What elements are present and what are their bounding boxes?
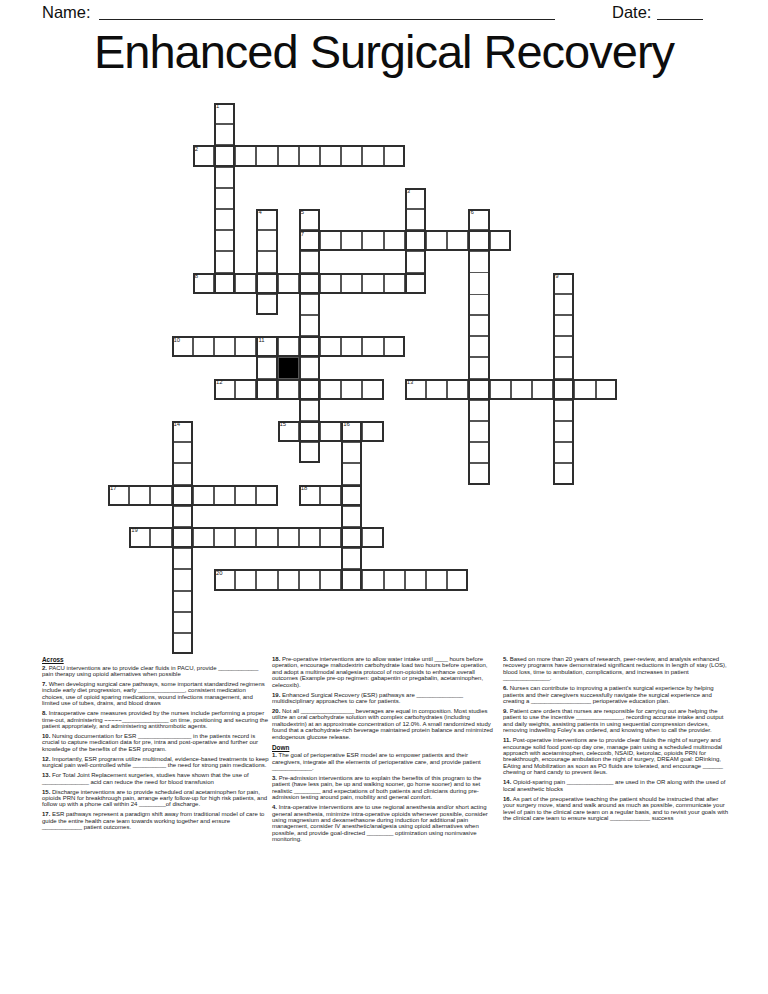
grid-cell[interactable] bbox=[299, 294, 320, 315]
grid-cell[interactable] bbox=[172, 527, 193, 548]
grid-cell[interactable] bbox=[341, 230, 362, 251]
grid-cell[interactable] bbox=[214, 273, 235, 294]
grid-cell[interactable] bbox=[299, 527, 320, 548]
grid-cell[interactable] bbox=[341, 485, 362, 506]
clue-number: 16 bbox=[343, 422, 350, 428]
grid-cell[interactable] bbox=[362, 273, 383, 294]
clue-number: 19 bbox=[131, 528, 138, 534]
grid-cell[interactable] bbox=[553, 336, 574, 357]
grid-cell[interactable] bbox=[468, 230, 489, 251]
clue-2: 2. PACU interventions are to provide cle… bbox=[42, 665, 269, 678]
grid-cell[interactable] bbox=[384, 569, 405, 590]
grid-cell[interactable] bbox=[341, 442, 362, 463]
grid-cell[interactable] bbox=[553, 379, 574, 400]
grid-cell[interactable] bbox=[468, 421, 489, 442]
grid-cell[interactable] bbox=[320, 230, 341, 251]
grid-cell[interactable] bbox=[299, 357, 320, 378]
grid-cell[interactable] bbox=[214, 336, 235, 357]
grid-cell[interactable] bbox=[532, 379, 553, 400]
across-heading: Across bbox=[42, 656, 269, 663]
grid-cell[interactable] bbox=[235, 379, 256, 400]
grid-cell[interactable] bbox=[172, 591, 193, 612]
grid-cell[interactable] bbox=[447, 569, 468, 590]
worksheet-page: Name: Date: Enhanced Surgical Recovery 1… bbox=[0, 0, 768, 994]
clue-6: 6. Nurses can contribute to improving a … bbox=[503, 685, 730, 704]
clue-20: 20. Not all ________________ beverages a… bbox=[272, 708, 499, 740]
clue-number: 11 bbox=[258, 338, 264, 344]
grid-cell[interactable] bbox=[468, 463, 489, 484]
grid-cell[interactable] bbox=[553, 315, 574, 336]
grid-cell[interactable] bbox=[278, 569, 299, 590]
grid-cell[interactable] bbox=[320, 569, 341, 590]
name-label: Name: bbox=[42, 3, 91, 22]
name-blank-line bbox=[99, 2, 555, 20]
grid-cell[interactable] bbox=[405, 230, 426, 251]
down-heading: Down bbox=[272, 744, 499, 751]
clue-number: 18 bbox=[301, 486, 308, 492]
clue-number: 20 bbox=[216, 571, 223, 577]
clue-number: 7 bbox=[301, 232, 304, 238]
grid-cell[interactable] bbox=[150, 485, 171, 506]
grid-cell[interactable] bbox=[341, 506, 362, 527]
grid-cell[interactable] bbox=[490, 230, 511, 251]
grid-cell[interactable] bbox=[278, 527, 299, 548]
grid-cell[interactable] bbox=[235, 569, 256, 590]
grid-cell[interactable] bbox=[256, 357, 277, 378]
clue-9: 9. Patient care orders that nurses are r… bbox=[503, 708, 730, 734]
grid-cell[interactable] bbox=[320, 379, 341, 400]
clue-16: 16. As part of the preoperative teaching… bbox=[503, 796, 730, 822]
grid-cell[interactable] bbox=[299, 145, 320, 166]
grid-cell[interactable] bbox=[320, 421, 341, 442]
clue-number: 15 bbox=[280, 422, 287, 428]
clue-number: 2 bbox=[195, 147, 198, 153]
clue-15: 15. Discharge interventions are to provi… bbox=[42, 789, 269, 808]
grid-cell[interactable] bbox=[235, 273, 256, 294]
crossword-grid: 1234567891011121314151617181920 bbox=[108, 103, 618, 655]
grid-cell[interactable] bbox=[341, 379, 362, 400]
grid-cell[interactable] bbox=[235, 527, 256, 548]
clue-column-3: 5. Based on more than 20 years of resear… bbox=[503, 656, 730, 825]
grid-cell[interactable] bbox=[214, 188, 235, 209]
grid-cell[interactable] bbox=[214, 209, 235, 230]
grid-cell[interactable] bbox=[384, 230, 405, 251]
grid-cell[interactable] bbox=[278, 145, 299, 166]
grid-cell[interactable] bbox=[426, 379, 447, 400]
grid-cell[interactable] bbox=[447, 379, 468, 400]
grid-cell[interactable] bbox=[447, 230, 468, 251]
grid-cell[interactable] bbox=[235, 336, 256, 357]
grid-cell[interactable] bbox=[172, 633, 193, 654]
grid-cell[interactable] bbox=[214, 485, 235, 506]
grid-cell[interactable] bbox=[553, 294, 574, 315]
grid-cell[interactable] bbox=[150, 527, 171, 548]
grid-cell[interactable] bbox=[256, 379, 277, 400]
grid-cell[interactable] bbox=[553, 421, 574, 442]
grid-cell[interactable] bbox=[214, 167, 235, 188]
grid-cell[interactable] bbox=[278, 379, 299, 400]
grid-cell[interactable] bbox=[299, 400, 320, 421]
grid-cell[interactable] bbox=[193, 336, 214, 357]
grid-cell[interactable] bbox=[320, 527, 341, 548]
grid-cell[interactable] bbox=[490, 379, 511, 400]
clue-number: 8 bbox=[195, 274, 198, 280]
clue-column-1: Across2. PACU interventions are to provi… bbox=[42, 656, 269, 834]
grid-cell[interactable] bbox=[362, 527, 383, 548]
clue-7: 7. When developing surgical care pathway… bbox=[42, 681, 269, 707]
grid-cell[interactable] bbox=[574, 379, 595, 400]
clue-1: 1. The goal of perioperative ESR model a… bbox=[272, 752, 499, 771]
grid-cell[interactable] bbox=[511, 379, 532, 400]
grid-cell[interactable] bbox=[341, 569, 362, 590]
grid-cell[interactable] bbox=[468, 379, 489, 400]
grid-cell[interactable] bbox=[193, 485, 214, 506]
grid-cell[interactable] bbox=[553, 463, 574, 484]
grid-cell[interactable] bbox=[362, 379, 383, 400]
clue-column-2: 18. Pre-operative interventions are to a… bbox=[272, 656, 499, 846]
clue-number: 5 bbox=[301, 210, 304, 216]
clue-number: 4 bbox=[258, 210, 261, 216]
clue-13: 13. For Total Joint Replacement surgerie… bbox=[42, 772, 269, 785]
grid-cell[interactable] bbox=[214, 124, 235, 145]
grid-cell[interactable] bbox=[553, 442, 574, 463]
clue-number: 3 bbox=[407, 189, 410, 195]
grid-cell[interactable] bbox=[362, 569, 383, 590]
black-cell bbox=[278, 357, 299, 378]
grid-cell[interactable] bbox=[362, 230, 383, 251]
grid-cell[interactable] bbox=[256, 485, 277, 506]
grid-cell[interactable] bbox=[405, 251, 426, 272]
grid-cell[interactable] bbox=[341, 273, 362, 294]
grid-cell[interactable] bbox=[341, 336, 362, 357]
grid-cell[interactable] bbox=[193, 527, 214, 548]
grid-cell[interactable] bbox=[235, 485, 256, 506]
grid-cell[interactable] bbox=[384, 145, 405, 166]
grid-cell[interactable] bbox=[362, 336, 383, 357]
grid-cell[interactable] bbox=[299, 273, 320, 294]
clue-4: 4. Intra-operative interventions are to … bbox=[272, 804, 499, 842]
grid-cell[interactable] bbox=[256, 527, 277, 548]
grid-cell[interactable] bbox=[278, 336, 299, 357]
grid-cell[interactable] bbox=[299, 379, 320, 400]
grid-cell[interactable] bbox=[320, 336, 341, 357]
clue-18: 18. Pre-operative interventions are to a… bbox=[272, 656, 499, 688]
grid-cell[interactable] bbox=[299, 421, 320, 442]
clue-8: 8. Intraoperative care measures provided… bbox=[42, 710, 269, 729]
grid-cell[interactable] bbox=[172, 463, 193, 484]
clue-11: 11. Post-operative interventions are to … bbox=[503, 737, 730, 775]
grid-cell[interactable] bbox=[405, 209, 426, 230]
grid-cell[interactable] bbox=[172, 548, 193, 569]
clue-17: 17. ESR pathways represent a paradigm sh… bbox=[42, 811, 269, 830]
clue-5: 5. Based on more than 20 years of resear… bbox=[503, 656, 730, 682]
date-blank-line bbox=[657, 2, 703, 20]
grid-cell[interactable] bbox=[256, 569, 277, 590]
grid-cell[interactable] bbox=[129, 485, 150, 506]
clue-number: 14 bbox=[174, 422, 181, 428]
date-label: Date: bbox=[612, 3, 651, 22]
grid-cell[interactable] bbox=[341, 463, 362, 484]
clue-number: 6 bbox=[470, 210, 473, 216]
grid-cell[interactable] bbox=[405, 569, 426, 590]
grid-cell[interactable] bbox=[214, 145, 235, 166]
grid-cell[interactable] bbox=[320, 485, 341, 506]
grid-cell[interactable] bbox=[172, 506, 193, 527]
clue-number: 1 bbox=[216, 104, 219, 110]
grid-cell[interactable] bbox=[426, 230, 447, 251]
grid-cell[interactable] bbox=[320, 273, 341, 294]
grid-cell[interactable] bbox=[341, 145, 362, 166]
grid-cell[interactable] bbox=[299, 569, 320, 590]
grid-cell[interactable] bbox=[172, 569, 193, 590]
grid-cell[interactable] bbox=[468, 336, 489, 357]
grid-cell[interactable] bbox=[384, 336, 405, 357]
grid-cell[interactable] bbox=[468, 251, 489, 272]
grid-cell[interactable] bbox=[172, 485, 193, 506]
clue-10: 10. Nursing documentation for ESR ______… bbox=[42, 733, 269, 752]
grid-cell[interactable] bbox=[278, 273, 299, 294]
clue-number: 12 bbox=[216, 380, 223, 386]
clue-number: 10 bbox=[174, 338, 181, 344]
grid-cell[interactable] bbox=[172, 442, 193, 463]
clue-3: 3. Pre-admission interventions are to ex… bbox=[272, 775, 499, 801]
grid-cell[interactable] bbox=[235, 145, 256, 166]
grid-cell[interactable] bbox=[341, 527, 362, 548]
grid-cell[interactable] bbox=[256, 145, 277, 166]
grid-cell[interactable] bbox=[256, 230, 277, 251]
grid-cell[interactable] bbox=[341, 548, 362, 569]
grid-cell[interactable] bbox=[468, 442, 489, 463]
grid-cell[interactable] bbox=[256, 251, 277, 272]
grid-cell[interactable] bbox=[256, 273, 277, 294]
grid-cell[interactable] bbox=[320, 145, 341, 166]
grid-cell[interactable] bbox=[172, 612, 193, 633]
clue-number: 9 bbox=[555, 274, 558, 280]
clue-number: 17 bbox=[110, 486, 117, 492]
grid-cell[interactable] bbox=[362, 145, 383, 166]
grid-cell[interactable] bbox=[299, 315, 320, 336]
grid-cell[interactable] bbox=[553, 400, 574, 421]
grid-cell[interactable] bbox=[299, 442, 320, 463]
grid-cell[interactable] bbox=[299, 251, 320, 272]
clue-14: 14. Opioid-sparing pain ______________ a… bbox=[503, 779, 730, 792]
puzzle-title: Enhanced Surgical Recovery bbox=[0, 24, 768, 79]
clue-19: 19. Enhanced Surgical Recovery (ESR) pat… bbox=[272, 692, 499, 705]
grid-cell[interactable] bbox=[214, 230, 235, 251]
grid-cell[interactable] bbox=[405, 273, 426, 294]
grid-cell[interactable] bbox=[468, 315, 489, 336]
grid-cell[interactable] bbox=[214, 527, 235, 548]
grid-cell[interactable] bbox=[468, 400, 489, 421]
grid-cell[interactable] bbox=[384, 273, 405, 294]
grid-cell[interactable] bbox=[468, 357, 489, 378]
grid-cell[interactable] bbox=[299, 336, 320, 357]
clue-12: 12. Importantly, ESR programs utilize mu… bbox=[42, 756, 269, 769]
grid-cell[interactable] bbox=[426, 569, 447, 590]
grid-cell[interactable] bbox=[468, 294, 489, 315]
grid-cell[interactable] bbox=[214, 251, 235, 272]
grid-cell[interactable] bbox=[596, 379, 617, 400]
grid-cell[interactable] bbox=[256, 294, 277, 315]
clue-number: 13 bbox=[407, 380, 414, 386]
grid-cell[interactable] bbox=[553, 357, 574, 378]
grid-cell[interactable] bbox=[362, 421, 383, 442]
